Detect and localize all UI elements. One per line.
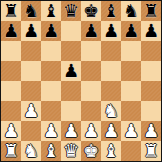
piece-black-pawn[interactable]: ♟ — [123, 21, 139, 41]
square-f8[interactable]: ♝ — [101, 1, 121, 21]
piece-white-knight[interactable]: ♞ — [103, 101, 119, 121]
piece-black-knight[interactable]: ♞ — [123, 1, 139, 21]
square-g2[interactable]: ♟ — [121, 121, 141, 141]
square-b7[interactable]: ♟ — [21, 21, 41, 41]
square-d6[interactable] — [61, 41, 81, 61]
square-d2[interactable]: ♟ — [61, 121, 81, 141]
piece-white-pawn[interactable]: ♟ — [83, 121, 99, 141]
piece-black-knight[interactable]: ♞ — [23, 1, 39, 21]
square-h8[interactable]: ♜ — [141, 1, 161, 21]
piece-white-pawn[interactable]: ♟ — [103, 121, 119, 141]
square-f7[interactable]: ♟ — [101, 21, 121, 41]
square-d4[interactable] — [61, 81, 81, 101]
square-f3[interactable]: ♞ — [101, 101, 121, 121]
piece-white-bishop[interactable]: ♝ — [43, 141, 59, 161]
piece-black-pawn[interactable]: ♟ — [63, 61, 79, 81]
piece-white-rook[interactable]: ♜ — [143, 141, 159, 161]
square-e5[interactable] — [81, 61, 101, 81]
square-d5[interactable]: ♟ — [61, 61, 81, 81]
square-b5[interactable] — [21, 61, 41, 81]
square-h3[interactable] — [141, 101, 161, 121]
square-c6[interactable] — [41, 41, 61, 61]
piece-black-pawn[interactable]: ♟ — [3, 21, 19, 41]
chess-board-container: ♜♞♝♛♚♝♞♜♟♟♟♟♟♟♟♟♟♞♟♟♟♟♟♟♟♜♞♝♛♚♝♜ — [0, 0, 162, 162]
square-e4[interactable] — [81, 81, 101, 101]
square-c1[interactable]: ♝ — [41, 141, 61, 161]
piece-black-pawn[interactable]: ♟ — [103, 21, 119, 41]
piece-white-pawn[interactable]: ♟ — [3, 121, 19, 141]
square-g6[interactable] — [121, 41, 141, 61]
square-c2[interactable]: ♟ — [41, 121, 61, 141]
square-c8[interactable]: ♝ — [41, 1, 61, 21]
square-c7[interactable]: ♟ — [41, 21, 61, 41]
square-f4[interactable] — [101, 81, 121, 101]
square-a7[interactable]: ♟ — [1, 21, 21, 41]
square-e7[interactable]: ♟ — [81, 21, 101, 41]
piece-white-pawn[interactable]: ♟ — [123, 121, 139, 141]
square-d7[interactable] — [61, 21, 81, 41]
square-b4[interactable] — [21, 81, 41, 101]
square-b6[interactable] — [21, 41, 41, 61]
square-e2[interactable]: ♟ — [81, 121, 101, 141]
square-d1[interactable]: ♛ — [61, 141, 81, 161]
piece-black-pawn[interactable]: ♟ — [23, 21, 39, 41]
piece-black-pawn[interactable]: ♟ — [83, 21, 99, 41]
square-b1[interactable]: ♞ — [21, 141, 41, 161]
square-f5[interactable] — [101, 61, 121, 81]
square-a6[interactable] — [1, 41, 21, 61]
piece-black-rook[interactable]: ♜ — [3, 1, 19, 21]
square-g1[interactable] — [121, 141, 141, 161]
piece-white-queen[interactable]: ♛ — [63, 141, 79, 161]
piece-black-pawn[interactable]: ♟ — [143, 21, 159, 41]
square-g4[interactable] — [121, 81, 141, 101]
square-f6[interactable] — [101, 41, 121, 61]
square-e1[interactable]: ♚ — [81, 141, 101, 161]
square-h2[interactable]: ♟ — [141, 121, 161, 141]
square-c4[interactable] — [41, 81, 61, 101]
square-h5[interactable] — [141, 61, 161, 81]
square-f1[interactable]: ♝ — [101, 141, 121, 161]
square-b3[interactable]: ♟ — [21, 101, 41, 121]
piece-white-pawn[interactable]: ♟ — [43, 121, 59, 141]
square-c3[interactable] — [41, 101, 61, 121]
piece-white-pawn[interactable]: ♟ — [63, 121, 79, 141]
square-h6[interactable] — [141, 41, 161, 61]
piece-white-king[interactable]: ♚ — [83, 141, 99, 161]
square-f2[interactable]: ♟ — [101, 121, 121, 141]
square-d8[interactable]: ♛ — [61, 1, 81, 21]
square-g5[interactable] — [121, 61, 141, 81]
square-g8[interactable]: ♞ — [121, 1, 141, 21]
square-h4[interactable] — [141, 81, 161, 101]
square-d3[interactable] — [61, 101, 81, 121]
square-a1[interactable]: ♜ — [1, 141, 21, 161]
piece-white-bishop[interactable]: ♝ — [103, 141, 119, 161]
piece-black-bishop[interactable]: ♝ — [43, 1, 59, 21]
square-a8[interactable]: ♜ — [1, 1, 21, 21]
square-c5[interactable] — [41, 61, 61, 81]
square-a4[interactable] — [1, 81, 21, 101]
square-h7[interactable]: ♟ — [141, 21, 161, 41]
piece-white-knight[interactable]: ♞ — [23, 141, 39, 161]
piece-white-rook[interactable]: ♜ — [3, 141, 19, 161]
square-b2[interactable] — [21, 121, 41, 141]
piece-white-pawn[interactable]: ♟ — [23, 101, 39, 121]
square-g3[interactable] — [121, 101, 141, 121]
square-e6[interactable] — [81, 41, 101, 61]
piece-white-pawn[interactable]: ♟ — [143, 121, 159, 141]
square-e8[interactable]: ♚ — [81, 1, 101, 21]
square-e3[interactable] — [81, 101, 101, 121]
square-a5[interactable] — [1, 61, 21, 81]
piece-black-bishop[interactable]: ♝ — [103, 1, 119, 21]
chess-board: ♜♞♝♛♚♝♞♜♟♟♟♟♟♟♟♟♟♞♟♟♟♟♟♟♟♜♞♝♛♚♝♜ — [0, 0, 162, 162]
square-h1[interactable]: ♜ — [141, 141, 161, 161]
square-a2[interactable]: ♟ — [1, 121, 21, 141]
piece-black-king[interactable]: ♚ — [83, 1, 99, 21]
square-a3[interactable] — [1, 101, 21, 121]
piece-black-queen[interactable]: ♛ — [63, 1, 79, 21]
square-g7[interactable]: ♟ — [121, 21, 141, 41]
square-b8[interactable]: ♞ — [21, 1, 41, 21]
piece-black-rook[interactable]: ♜ — [143, 1, 159, 21]
piece-black-pawn[interactable]: ♟ — [43, 21, 59, 41]
